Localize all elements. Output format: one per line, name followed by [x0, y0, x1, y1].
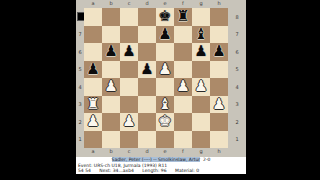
coord-label: 2: [76, 113, 84, 131]
piece-black-pawn[interactable]: ♟: [104, 43, 117, 60]
square-a7[interactable]: [84, 26, 102, 44]
coord-label: f: [174, 0, 192, 8]
coord-label: 3: [228, 96, 246, 114]
piece-white-pawn[interactable]: ♟: [86, 113, 99, 130]
coord-label: 7: [228, 26, 246, 44]
square-f3[interactable]: [174, 96, 192, 114]
piece-black-pawn[interactable]: ♟: [212, 43, 225, 60]
coord-label: 4: [228, 78, 246, 96]
coord-label: 6: [76, 43, 84, 61]
square-f8[interactable]: ♜: [174, 8, 192, 26]
coord-label: 5: [228, 61, 246, 79]
piece-white-rook[interactable]: ♜: [86, 96, 99, 113]
square-c8[interactable]: [120, 8, 138, 26]
rank-labels-left: 87654321: [76, 8, 84, 148]
coord-label: c: [120, 148, 138, 157]
players-text: Sadler, Peter (----) -- Smolkinslaw, Art…: [112, 157, 201, 162]
square-c7[interactable]: [120, 26, 138, 44]
piece-black-rook[interactable]: ♜: [176, 8, 189, 25]
next-move: Next: 34...axb4: [99, 168, 134, 173]
square-h4[interactable]: [210, 78, 228, 96]
coord-label: 5: [76, 61, 84, 79]
result-text: 2-0: [203, 157, 210, 162]
coord-label: d: [138, 148, 156, 157]
status-line: 54 54 Next: 34...axb4 Length: 96 Materia…: [76, 168, 246, 174]
file-labels-bottom: abcdefgh: [84, 148, 228, 157]
game-length: Length: 96: [142, 168, 166, 173]
square-c6[interactable]: ♟: [120, 43, 138, 61]
square-b4[interactable]: ♟: [102, 78, 120, 96]
coord-label: 4: [76, 78, 84, 96]
square-g2[interactable]: [192, 113, 210, 131]
coord-label: c: [120, 0, 138, 8]
square-d4[interactable]: [138, 78, 156, 96]
coord-label: e: [156, 0, 174, 8]
square-g4[interactable]: ♟: [192, 78, 210, 96]
square-b8[interactable]: [102, 8, 120, 26]
piece-black-pawn[interactable]: ♟: [86, 61, 99, 78]
square-c5[interactable]: [120, 61, 138, 79]
coord-label: 1: [228, 131, 246, 149]
square-g1[interactable]: [192, 131, 210, 149]
square-f7[interactable]: [174, 26, 192, 44]
file-labels-top: abcdefgh: [84, 0, 228, 8]
piece-black-king[interactable]: ♚: [158, 8, 171, 25]
square-f1[interactable]: [174, 131, 192, 149]
coord-label: 2: [228, 113, 246, 131]
coord-label: a: [84, 148, 102, 157]
square-d2[interactable]: [138, 113, 156, 131]
square-c1[interactable]: [120, 131, 138, 149]
piece-white-pawn[interactable]: ♟: [176, 78, 189, 95]
coord-label: h: [210, 0, 228, 8]
material-balance: Material: 0: [175, 168, 199, 173]
square-d8[interactable]: [138, 8, 156, 26]
square-b1[interactable]: [102, 131, 120, 149]
square-h2[interactable]: [210, 113, 228, 131]
square-e6[interactable]: [156, 43, 174, 61]
square-f5[interactable]: [174, 61, 192, 79]
square-h7[interactable]: [210, 26, 228, 44]
square-e5[interactable]: ♟: [156, 61, 174, 79]
piece-black-bishop[interactable]: ♝: [194, 26, 207, 43]
square-a5[interactable]: ♟: [84, 61, 102, 79]
square-a6[interactable]: [84, 43, 102, 61]
square-a8[interactable]: [84, 8, 102, 26]
square-h5[interactable]: [210, 61, 228, 79]
square-c3[interactable]: [120, 96, 138, 114]
square-a3[interactable]: ♜: [84, 96, 102, 114]
square-c2[interactable]: ♟: [120, 113, 138, 131]
coord-label: 8: [228, 8, 246, 26]
square-g3[interactable]: [192, 96, 210, 114]
coord-label: d: [138, 0, 156, 8]
coord-label: g: [192, 148, 210, 157]
coord-label: e: [156, 148, 174, 157]
square-h6[interactable]: ♟: [210, 43, 228, 61]
game-info-strip: Sadler, Peter (----) -- Smolkinslaw, Art…: [76, 157, 246, 174]
coord-label: b: [102, 148, 120, 157]
square-b6[interactable]: ♟: [102, 43, 120, 61]
square-d5[interactable]: ♟: [138, 61, 156, 79]
square-h8[interactable]: [210, 8, 228, 26]
piece-black-pawn[interactable]: ♟: [140, 61, 153, 78]
coord-label: g: [192, 0, 210, 8]
piece-white-pawn[interactable]: ♟: [122, 113, 135, 130]
square-f6[interactable]: [174, 43, 192, 61]
piece-white-bishop[interactable]: ♝: [158, 96, 171, 113]
square-f2[interactable]: [174, 113, 192, 131]
piece-white-pawn[interactable]: ♟: [104, 78, 117, 95]
chess-board: ♚♜♟♝♟♟♟♟♟♟♟♟♟♟♜♝♟♟♟♚: [84, 8, 228, 148]
square-e2[interactable]: ♚: [156, 113, 174, 131]
chess-gui-panel: abcdefgh abcdefgh 87654321 87654321 ♚♜♟♝…: [76, 0, 246, 157]
coord-label: 7: [76, 26, 84, 44]
square-d1[interactable]: [138, 131, 156, 149]
coord-label: 1: [76, 131, 84, 149]
square-e7[interactable]: ♟: [156, 26, 174, 44]
square-b7[interactable]: [102, 26, 120, 44]
piece-white-pawn[interactable]: ♟: [212, 96, 225, 113]
square-h1[interactable]: [210, 131, 228, 149]
square-d3[interactable]: [138, 96, 156, 114]
square-b3[interactable]: [102, 96, 120, 114]
coord-label: b: [102, 0, 120, 8]
coord-label: f: [174, 148, 192, 157]
video-frame: { "game": "chess", "position": { "fen": …: [0, 0, 320, 180]
piece-black-pawn[interactable]: ♟: [122, 43, 135, 60]
coord-label: 3: [76, 96, 84, 114]
square-a1[interactable]: [84, 131, 102, 149]
square-d7[interactable]: [138, 26, 156, 44]
square-d6[interactable]: [138, 43, 156, 61]
square-e4[interactable]: [156, 78, 174, 96]
square-g8[interactable]: [192, 8, 210, 26]
square-e3[interactable]: ♝: [156, 96, 174, 114]
square-b2[interactable]: [102, 113, 120, 131]
square-c4[interactable]: [120, 78, 138, 96]
square-g6[interactable]: ♟: [192, 43, 210, 61]
square-b5[interactable]: [102, 61, 120, 79]
coord-label: h: [210, 148, 228, 157]
square-a4[interactable]: [84, 78, 102, 96]
square-g7[interactable]: ♝: [192, 26, 210, 44]
move-counts: 54 54: [78, 168, 91, 173]
piece-white-pawn[interactable]: ♟: [194, 78, 207, 95]
square-e8[interactable]: ♚: [156, 8, 174, 26]
piece-white-pawn[interactable]: ♟: [158, 61, 171, 78]
piece-black-pawn[interactable]: ♟: [194, 43, 207, 60]
piece-white-king[interactable]: ♚: [158, 113, 171, 130]
square-f4[interactable]: ♟: [174, 78, 192, 96]
square-e1[interactable]: [156, 131, 174, 149]
coord-label: 6: [228, 43, 246, 61]
square-h3[interactable]: ♟: [210, 96, 228, 114]
piece-black-pawn[interactable]: ♟: [158, 26, 171, 43]
square-g5[interactable]: [192, 61, 210, 79]
rank-labels-right: 87654321: [228, 8, 246, 148]
square-a2[interactable]: ♟: [84, 113, 102, 131]
coord-label: a: [84, 0, 102, 8]
